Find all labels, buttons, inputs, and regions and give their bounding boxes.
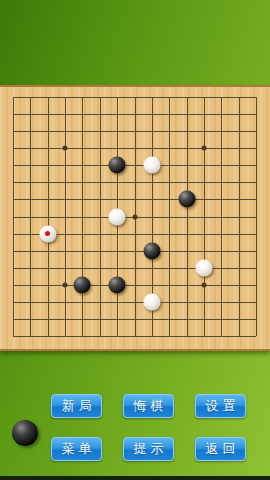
bottom-edge-bar <box>0 476 270 480</box>
star-point <box>201 146 206 151</box>
white-stone <box>143 157 160 174</box>
grid-line-h <box>13 336 256 337</box>
black-stone <box>143 242 160 259</box>
star-point <box>132 214 137 219</box>
black-stone <box>109 276 126 293</box>
grid-line-h <box>13 285 256 286</box>
grid-line-v <box>221 97 222 336</box>
board-grid <box>13 97 256 336</box>
undo-button[interactable]: 悔棋 <box>123 394 174 418</box>
white-stone <box>195 259 212 276</box>
black-stone <box>109 157 126 174</box>
grid-line-h <box>13 302 256 303</box>
last-move-marker <box>45 231 50 236</box>
menu-button[interactable]: 菜单 <box>51 437 102 461</box>
grid-line-v <box>169 97 170 336</box>
turn-indicator-black-stone <box>12 420 38 446</box>
black-stone <box>178 191 195 208</box>
white-stone <box>143 293 160 310</box>
grid-line-v <box>256 97 257 336</box>
white-stone <box>39 225 56 242</box>
gomoku-board[interactable] <box>0 85 270 351</box>
grid-line-h <box>13 268 256 269</box>
white-stone <box>109 208 126 225</box>
app-screen: 新局 悔棋 设置 菜单 提示 返回 <box>0 0 270 480</box>
grid-line-v <box>187 97 188 336</box>
hint-button[interactable]: 提示 <box>123 437 174 461</box>
black-stone <box>74 276 91 293</box>
star-point <box>201 282 206 287</box>
star-point <box>63 282 68 287</box>
grid-line-h <box>13 319 256 320</box>
new-game-button[interactable]: 新局 <box>51 394 102 418</box>
grid-line-h <box>13 251 256 252</box>
grid-line-v <box>204 97 205 336</box>
settings-button[interactable]: 设置 <box>195 394 246 418</box>
back-button[interactable]: 返回 <box>195 437 246 461</box>
grid-line-v <box>239 97 240 336</box>
star-point <box>63 146 68 151</box>
